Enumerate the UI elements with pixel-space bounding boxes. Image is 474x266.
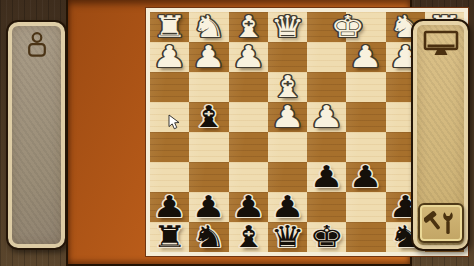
square-b5[interactable] [189, 132, 228, 162]
square-e3[interactable] [307, 72, 346, 102]
square-a5[interactable] [150, 132, 189, 162]
square-e8[interactable]: ♚ [307, 222, 346, 252]
piece-black-P-d7[interactable]: ♟ [262, 192, 312, 222]
square-f3[interactable] [346, 72, 385, 102]
square-b3[interactable] [189, 72, 228, 102]
square-c6[interactable] [229, 162, 268, 192]
player-panel [6, 20, 67, 250]
square-d7[interactable]: ♟ [268, 192, 307, 222]
piece-white-P-e4[interactable]: ♟ [302, 102, 352, 132]
computer-icon [413, 30, 468, 56]
piece-black-P-f6[interactable]: ♟ [341, 162, 391, 192]
piece-white-K-f1[interactable]: ♚ [323, 12, 373, 42]
square-d5[interactable] [268, 132, 307, 162]
square-a3[interactable] [150, 72, 189, 102]
square-b6[interactable] [189, 162, 228, 192]
square-d2[interactable] [268, 42, 307, 72]
piece-white-P-c2[interactable]: ♟ [223, 42, 273, 72]
game-window: ♜♞♝♛♚♞♜♟♟♟♟♟♟♝♝♟♟♟♟♟♟♟♟♟♟♜♞♝♛♚♞♜ [0, 0, 474, 266]
player-icon [8, 31, 65, 59]
square-a6[interactable] [150, 162, 189, 192]
square-f6[interactable]: ♟ [346, 162, 385, 192]
square-e7[interactable] [307, 192, 346, 222]
piece-black-K-e8[interactable]: ♚ [302, 222, 352, 252]
piece-black-B-b4[interactable]: ♝ [184, 102, 234, 132]
square-c2[interactable]: ♟ [229, 42, 268, 72]
square-e4[interactable]: ♟ [307, 102, 346, 132]
square-f4[interactable] [346, 102, 385, 132]
square-f5[interactable] [346, 132, 385, 162]
computer-panel [411, 19, 470, 251]
piece-white-Q-d1[interactable]: ♛ [262, 12, 312, 42]
square-d1[interactable]: ♛ [268, 12, 307, 42]
tools-icon [424, 210, 458, 236]
square-e5[interactable] [307, 132, 346, 162]
board-frame: ♜♞♝♛♚♞♜♟♟♟♟♟♟♝♝♟♟♟♟♟♟♟♟♟♟♜♞♝♛♚♞♜ [68, 0, 410, 264]
square-b4[interactable]: ♝ [189, 102, 228, 132]
square-d3[interactable]: ♝ [268, 72, 307, 102]
piece-white-B-d3[interactable]: ♝ [262, 72, 312, 102]
tools-button[interactable] [418, 203, 464, 243]
square-c5[interactable] [229, 132, 268, 162]
